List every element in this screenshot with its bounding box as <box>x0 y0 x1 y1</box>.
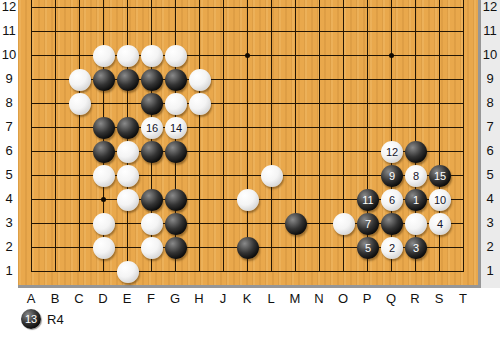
row-label-left-1: 1 <box>1 263 17 279</box>
grid-line-col-A <box>31 0 32 272</box>
stone-G2[interactable] <box>165 237 187 259</box>
stone-F8[interactable] <box>141 93 163 115</box>
stone-E4[interactable] <box>117 189 139 211</box>
row-label-right-6: 6 <box>482 143 498 159</box>
stone-E9[interactable] <box>117 69 139 91</box>
col-label-A: A <box>19 291 43 307</box>
col-label-H: H <box>187 291 211 307</box>
row-label-left-3: 3 <box>1 215 17 231</box>
col-label-F: F <box>139 291 163 307</box>
stone-R2[interactable]: 3 <box>405 237 427 259</box>
stone-O3[interactable] <box>333 213 355 235</box>
row-label-right-11: 11 <box>482 23 498 39</box>
col-label-E: E <box>115 291 139 307</box>
grid-line-col-N <box>319 0 320 272</box>
row-label-right-1: 1 <box>482 263 498 279</box>
row-label-right-5: 5 <box>482 167 498 183</box>
row-label-left-5: 5 <box>1 167 17 183</box>
col-label-Q: Q <box>379 291 403 307</box>
col-label-D: D <box>91 291 115 307</box>
row-label-left-7: 7 <box>1 119 17 135</box>
row-label-left-6: 6 <box>1 143 17 159</box>
row-label-left-12: 12 <box>1 0 17 15</box>
col-label-R: R <box>403 291 427 307</box>
star-point-D4 <box>101 197 106 202</box>
stone-G6[interactable] <box>165 141 187 163</box>
row-label-right-8: 8 <box>482 95 498 111</box>
grid-line-col-K <box>247 0 248 272</box>
grid-line-col-C <box>79 0 80 272</box>
stone-M3[interactable] <box>285 213 307 235</box>
row-label-right-10: 10 <box>482 47 498 63</box>
caption: 13 R4 <box>21 308 64 330</box>
stone-H9[interactable] <box>189 69 211 91</box>
stone-L5[interactable] <box>261 165 283 187</box>
stone-D9[interactable] <box>93 69 115 91</box>
stone-S4[interactable]: 10 <box>429 189 451 211</box>
star-point-K10 <box>245 53 250 58</box>
stone-D2[interactable] <box>93 237 115 259</box>
grid-line-col-H <box>199 0 200 272</box>
stone-C8[interactable] <box>69 93 91 115</box>
stone-E10[interactable] <box>117 45 139 67</box>
col-label-P: P <box>355 291 379 307</box>
col-label-G: G <box>163 291 187 307</box>
stone-G10[interactable] <box>165 45 187 67</box>
stone-E6[interactable] <box>117 141 139 163</box>
stone-K4[interactable] <box>237 189 259 211</box>
col-label-L: L <box>259 291 283 307</box>
stone-C9[interactable] <box>69 69 91 91</box>
stone-H8[interactable] <box>189 93 211 115</box>
col-label-T: T <box>451 291 475 307</box>
row-label-right-3: 3 <box>482 215 498 231</box>
stone-F2[interactable] <box>141 237 163 259</box>
stone-R3[interactable] <box>405 213 427 235</box>
stone-P2[interactable]: 5 <box>357 237 379 259</box>
col-label-K: K <box>235 291 259 307</box>
stone-E5[interactable] <box>117 165 139 187</box>
stone-R4[interactable]: 1 <box>405 189 427 211</box>
row-label-right-12: 12 <box>482 0 498 15</box>
row-label-right-2: 2 <box>482 239 498 255</box>
stone-Q5[interactable]: 9 <box>381 165 403 187</box>
grid-line-row-8 <box>31 103 464 104</box>
row-label-left-11: 11 <box>1 23 17 39</box>
row-label-right-9: 9 <box>482 71 498 87</box>
caption-move-stone: 13 <box>21 309 41 329</box>
grid-line-col-J <box>223 0 224 272</box>
stone-F7[interactable]: 16 <box>141 117 163 139</box>
stone-Q3[interactable] <box>381 213 403 235</box>
stone-F6[interactable] <box>141 141 163 163</box>
col-label-C: C <box>67 291 91 307</box>
stone-G4[interactable] <box>165 189 187 211</box>
row-label-left-2: 2 <box>1 239 17 255</box>
caption-move-point: R4 <box>47 312 64 327</box>
stone-S5[interactable]: 15 <box>429 165 451 187</box>
stone-D6[interactable] <box>93 141 115 163</box>
row-label-right-7: 7 <box>482 119 498 135</box>
col-label-B: B <box>43 291 67 307</box>
stone-G7[interactable]: 14 <box>165 117 187 139</box>
row-label-left-4: 4 <box>1 191 17 207</box>
stone-G3[interactable] <box>165 213 187 235</box>
stone-R6[interactable] <box>405 141 427 163</box>
stone-D5[interactable] <box>93 165 115 187</box>
row-label-left-10: 10 <box>1 47 17 63</box>
grid-line-row-1 <box>31 271 464 272</box>
stone-Q2[interactable]: 2 <box>381 237 403 259</box>
grid-line-row-12 <box>31 7 464 8</box>
stone-R5[interactable]: 8 <box>405 165 427 187</box>
stone-Q4[interactable]: 6 <box>381 189 403 211</box>
stone-P3[interactable]: 7 <box>357 213 379 235</box>
stone-D3[interactable] <box>93 213 115 235</box>
col-label-J: J <box>211 291 235 307</box>
row-label-right-4: 4 <box>482 191 498 207</box>
stone-E7[interactable] <box>117 117 139 139</box>
stone-F9[interactable] <box>141 69 163 91</box>
stone-D10[interactable] <box>93 45 115 67</box>
row-label-left-9: 9 <box>1 71 17 87</box>
stone-D7[interactable] <box>93 117 115 139</box>
grid-line-col-L <box>271 0 272 272</box>
col-label-M: M <box>283 291 307 307</box>
stone-F3[interactable] <box>141 213 163 235</box>
grid-line-row-11 <box>31 31 464 32</box>
stone-F10[interactable] <box>141 45 163 67</box>
col-label-O: O <box>331 291 355 307</box>
go-board[interactable]: 161412981511611074523 <box>18 0 481 288</box>
stone-F4[interactable] <box>141 189 163 211</box>
stone-G9[interactable] <box>165 69 187 91</box>
col-label-N: N <box>307 291 331 307</box>
row-label-left-8: 8 <box>1 95 17 111</box>
stone-Q6[interactable]: 12 <box>381 141 403 163</box>
go-diagram: 161412981511611074523 13 R4 121211111010… <box>0 0 500 345</box>
stone-G8[interactable] <box>165 93 187 115</box>
stone-E1[interactable] <box>117 261 139 283</box>
stone-S3[interactable]: 4 <box>429 213 451 235</box>
stone-P4[interactable]: 11 <box>357 189 379 211</box>
col-label-S: S <box>427 291 451 307</box>
grid-line-col-T <box>463 0 464 272</box>
stone-K2[interactable] <box>237 237 259 259</box>
grid-line-col-B <box>55 0 56 272</box>
star-point-Q10 <box>389 53 394 58</box>
